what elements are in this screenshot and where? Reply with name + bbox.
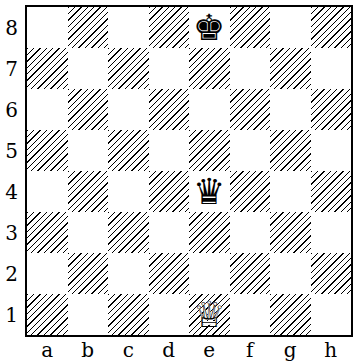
square-d5[interactable] — [149, 130, 190, 171]
rank-label-4: 4 — [0, 171, 23, 212]
square-c2[interactable] — [108, 253, 149, 294]
black-king-glyph: ♚ — [193, 7, 225, 48]
white-queen: ♛♕ — [189, 294, 229, 335]
square-a6[interactable] — [27, 89, 68, 130]
square-f2[interactable] — [230, 253, 271, 294]
file-label-f: f — [230, 338, 271, 362]
square-g8[interactable] — [270, 7, 311, 48]
square-b5[interactable] — [68, 130, 109, 171]
square-h8[interactable] — [311, 7, 352, 48]
square-d1[interactable] — [149, 294, 190, 335]
file-label-c: c — [108, 338, 149, 362]
rank-label-6: 6 — [0, 89, 23, 130]
square-h7[interactable] — [311, 48, 352, 89]
square-d4[interactable] — [149, 171, 190, 212]
square-g5[interactable] — [270, 130, 311, 171]
square-h4[interactable] — [311, 171, 352, 212]
square-e2[interactable] — [189, 253, 230, 294]
square-e6[interactable] — [189, 89, 230, 130]
square-b8[interactable] — [68, 7, 109, 48]
file-label-h: h — [311, 338, 352, 362]
square-f3[interactable] — [230, 212, 271, 253]
square-c6[interactable] — [108, 89, 149, 130]
square-f8[interactable] — [230, 7, 271, 48]
file-label-d: d — [149, 338, 190, 362]
square-h3[interactable] — [311, 212, 352, 253]
rank-label-3: 3 — [0, 212, 23, 253]
square-c5[interactable] — [108, 130, 149, 171]
square-h2[interactable] — [311, 253, 352, 294]
square-f6[interactable] — [230, 89, 271, 130]
square-b4[interactable] — [68, 171, 109, 212]
square-g3[interactable] — [270, 212, 311, 253]
square-a4[interactable] — [27, 171, 68, 212]
square-g6[interactable] — [270, 89, 311, 130]
square-d3[interactable] — [149, 212, 190, 253]
square-g2[interactable] — [270, 253, 311, 294]
rank-label-5: 5 — [0, 130, 23, 171]
file-label-b: b — [68, 338, 109, 362]
square-b2[interactable] — [68, 253, 109, 294]
square-a1[interactable] — [27, 294, 68, 335]
square-e5[interactable] — [189, 130, 230, 171]
black-queen: ♛ — [189, 171, 229, 212]
rank-label-8: 8 — [0, 7, 23, 48]
square-h5[interactable] — [311, 130, 352, 171]
square-e3[interactable] — [189, 212, 230, 253]
black-queen-glyph: ♛ — [193, 171, 225, 212]
chess-board: ♚♛♛♕ — [25, 5, 353, 337]
rank-labels: 87654321 — [0, 7, 23, 335]
square-a7[interactable] — [27, 48, 68, 89]
file-label-a: a — [27, 338, 68, 362]
square-f7[interactable] — [230, 48, 271, 89]
rank-label-1: 1 — [0, 294, 23, 335]
square-b6[interactable] — [68, 89, 109, 130]
square-g1[interactable] — [270, 294, 311, 335]
square-e7[interactable] — [189, 48, 230, 89]
square-e4[interactable]: ♛ — [189, 171, 230, 212]
square-g7[interactable] — [270, 48, 311, 89]
square-c8[interactable] — [108, 7, 149, 48]
black-king: ♚ — [189, 7, 229, 48]
chess-diagram: 87654321 ♚♛♛♕ abcdefgh — [0, 0, 356, 363]
square-c3[interactable] — [108, 212, 149, 253]
square-e1[interactable]: ♛♕ — [189, 294, 230, 335]
square-a3[interactable] — [27, 212, 68, 253]
file-label-g: g — [270, 338, 311, 362]
white-queen-glyph: ♕ — [193, 294, 225, 335]
square-a8[interactable] — [27, 7, 68, 48]
square-h1[interactable] — [311, 294, 352, 335]
rank-label-2: 2 — [0, 253, 23, 294]
square-d8[interactable] — [149, 7, 190, 48]
square-d2[interactable] — [149, 253, 190, 294]
square-b1[interactable] — [68, 294, 109, 335]
file-label-e: e — [189, 338, 230, 362]
square-f1[interactable] — [230, 294, 271, 335]
square-h6[interactable] — [311, 89, 352, 130]
square-b3[interactable] — [68, 212, 109, 253]
square-f5[interactable] — [230, 130, 271, 171]
square-a5[interactable] — [27, 130, 68, 171]
rank-label-7: 7 — [0, 48, 23, 89]
square-d6[interactable] — [149, 89, 190, 130]
square-d7[interactable] — [149, 48, 190, 89]
square-f4[interactable] — [230, 171, 271, 212]
square-b7[interactable] — [68, 48, 109, 89]
square-c4[interactable] — [108, 171, 149, 212]
square-a2[interactable] — [27, 253, 68, 294]
square-c7[interactable] — [108, 48, 149, 89]
file-labels: abcdefgh — [27, 338, 351, 362]
square-c1[interactable] — [108, 294, 149, 335]
square-g4[interactable] — [270, 171, 311, 212]
square-e8[interactable]: ♚ — [189, 7, 230, 48]
